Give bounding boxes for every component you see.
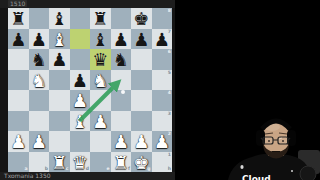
black-pawn[interactable]: ♟ — [70, 70, 91, 91]
square-c4[interactable] — [49, 90, 70, 111]
file-coordinate-e: e — [106, 167, 109, 172]
file-coordinate-g: g — [147, 167, 150, 172]
square-c3[interactable] — [49, 111, 70, 132]
jersey-logo-icon — [240, 165, 243, 169]
rank-coordinate-5: 5 — [168, 71, 171, 76]
square-d1[interactable]: ♛d — [70, 152, 91, 173]
square-a4[interactable] — [8, 90, 29, 111]
square-e8[interactable]: ♜ — [90, 8, 111, 29]
square-a6[interactable] — [8, 49, 29, 70]
white-pawn[interactable]: ♟ — [90, 111, 111, 132]
file-coordinate-h: h — [168, 167, 171, 172]
chess-panel: 1510 ♜♝♜♚8♟♟♝♝♟♟♟7♞♟♛♞6♞♟♞5♟4♝♟3♟♟♟♟♟2ab… — [0, 0, 175, 180]
square-f4[interactable] — [111, 90, 132, 111]
square-d6[interactable] — [70, 49, 91, 70]
square-d3[interactable]: ♝ — [70, 111, 91, 132]
square-g2[interactable]: ♟ — [131, 131, 152, 152]
square-e5[interactable]: ♞ — [90, 70, 111, 91]
white-pawn[interactable]: ♟ — [8, 131, 29, 152]
square-b2[interactable]: ♟ — [29, 131, 50, 152]
square-b7[interactable]: ♟ — [29, 29, 50, 50]
square-d8[interactable] — [70, 8, 91, 29]
square-e2[interactable] — [90, 131, 111, 152]
file-coordinate-a: a — [24, 167, 27, 172]
square-b1[interactable]: b — [29, 152, 50, 173]
square-c6[interactable]: ♟ — [49, 49, 70, 70]
square-h1[interactable]: 1h — [152, 152, 173, 173]
black-pawn[interactable]: ♟ — [49, 49, 70, 70]
white-pawn[interactable]: ♟ — [111, 131, 132, 152]
square-h2[interactable]: ♟2 — [152, 131, 173, 152]
white-bishop[interactable]: ♝ — [49, 29, 70, 50]
square-h5[interactable]: 5 — [152, 70, 173, 91]
white-bishop[interactable]: ♝ — [70, 111, 91, 132]
square-h3[interactable]: 3 — [152, 111, 173, 132]
file-coordinate-c: c — [66, 167, 69, 172]
square-f2[interactable]: ♟ — [111, 131, 132, 152]
player-bar: Txomania 1350 — [0, 172, 175, 180]
square-e6[interactable]: ♛ — [90, 49, 111, 70]
opponent-rating: 1510 — [8, 0, 27, 7]
white-pawn[interactable]: ♟ — [29, 131, 50, 152]
webcam-feed: Cloud — [218, 110, 320, 180]
black-bishop[interactable]: ♝ — [49, 8, 70, 29]
square-f3[interactable] — [111, 111, 132, 132]
white-knight[interactable]: ♞ — [90, 70, 111, 91]
stream-screenshot: 1510 ♜♝♜♚8♟♟♝♝♟♟♟7♞♟♛♞6♞♟♞5♟4♝♟3♟♟♟♟♟2ab… — [0, 0, 320, 180]
square-g1[interactable]: ♚g — [131, 152, 152, 173]
square-c5[interactable] — [49, 70, 70, 91]
square-b6[interactable]: ♞ — [29, 49, 50, 70]
square-f1[interactable]: ♜f — [111, 152, 132, 173]
rank-coordinate-3: 3 — [168, 112, 171, 117]
square-h4[interactable]: 4 — [152, 90, 173, 111]
square-b5[interactable]: ♞ — [29, 70, 50, 91]
square-a1[interactable]: a — [8, 152, 29, 173]
file-coordinate-d: d — [86, 167, 89, 172]
square-g4[interactable] — [131, 90, 152, 111]
black-pawn[interactable]: ♟ — [29, 29, 50, 50]
square-d5[interactable]: ♟ — [70, 70, 91, 91]
chess-board[interactable]: ♜♝♜♚8♟♟♝♝♟♟♟7♞♟♛♞6♞♟♞5♟4♝♟3♟♟♟♟♟2ab♜c♛de… — [8, 8, 172, 172]
square-d4[interactable]: ♟ — [70, 90, 91, 111]
square-e4[interactable] — [90, 90, 111, 111]
player-name-rating: Txomania 1350 — [4, 172, 51, 179]
black-pawn[interactable]: ♟ — [111, 29, 132, 50]
white-pawn[interactable]: ♟ — [131, 131, 152, 152]
rank-coordinate-4: 4 — [168, 91, 171, 96]
square-d2[interactable] — [70, 131, 91, 152]
square-b4[interactable] — [29, 90, 50, 111]
square-c1[interactable]: ♜c — [49, 152, 70, 173]
file-coordinate-b: b — [45, 167, 48, 172]
square-g8[interactable]: ♚ — [131, 8, 152, 29]
white-pawn[interactable]: ♟ — [70, 90, 91, 111]
square-a8[interactable]: ♜ — [8, 8, 29, 29]
rank-coordinate-2: 2 — [168, 132, 171, 137]
square-a2[interactable]: ♟ — [8, 131, 29, 152]
square-g5[interactable] — [131, 70, 152, 91]
square-e1[interactable]: e — [90, 152, 111, 173]
white-knight[interactable]: ♞ — [29, 70, 50, 91]
square-a7[interactable]: ♟ — [8, 29, 29, 50]
square-f8[interactable] — [111, 8, 132, 29]
square-g3[interactable] — [131, 111, 152, 132]
square-g7[interactable]: ♟ — [131, 29, 152, 50]
opponent-bar: 1510 — [0, 0, 175, 8]
square-e7[interactable]: ♝ — [90, 29, 111, 50]
black-pawn[interactable]: ♟ — [131, 29, 152, 50]
square-f6[interactable]: ♞ — [111, 49, 132, 70]
square-b3[interactable] — [29, 111, 50, 132]
square-f7[interactable]: ♟ — [111, 29, 132, 50]
square-h8[interactable]: 8 — [152, 8, 173, 29]
square-c7[interactable]: ♝ — [49, 29, 70, 50]
square-h6[interactable]: 6 — [152, 49, 173, 70]
square-c8[interactable]: ♝ — [49, 8, 70, 29]
square-g6[interactable] — [131, 49, 152, 70]
rank-coordinate-7: 7 — [168, 30, 171, 35]
black-queen[interactable]: ♛ — [90, 49, 111, 70]
square-a5[interactable] — [8, 70, 29, 91]
rank-coordinate-1: 1 — [168, 153, 171, 158]
shirt-text: Cloud — [242, 174, 271, 180]
file-coordinate-f: f — [128, 167, 130, 172]
square-b8[interactable] — [29, 8, 50, 29]
square-f5[interactable] — [111, 70, 132, 91]
square-e3[interactable]: ♟ — [90, 111, 111, 132]
black-knight[interactable]: ♞ — [29, 49, 50, 70]
black-rook[interactable]: ♜ — [90, 8, 111, 29]
black-king[interactable]: ♚ — [131, 8, 152, 29]
jersey-mark-icon — [291, 170, 293, 172]
square-d7[interactable] — [70, 29, 91, 50]
black-rook[interactable]: ♜ — [8, 8, 29, 29]
microphone-icon — [300, 166, 316, 180]
black-bishop[interactable]: ♝ — [90, 29, 111, 50]
rank-coordinate-6: 6 — [168, 50, 171, 55]
square-h7[interactable]: ♟7 — [152, 29, 173, 50]
square-c2[interactable] — [49, 131, 70, 152]
square-a3[interactable] — [8, 111, 29, 132]
rank-coordinate-8: 8 — [168, 9, 171, 14]
black-pawn[interactable]: ♟ — [8, 29, 29, 50]
black-knight[interactable]: ♞ — [111, 49, 132, 70]
